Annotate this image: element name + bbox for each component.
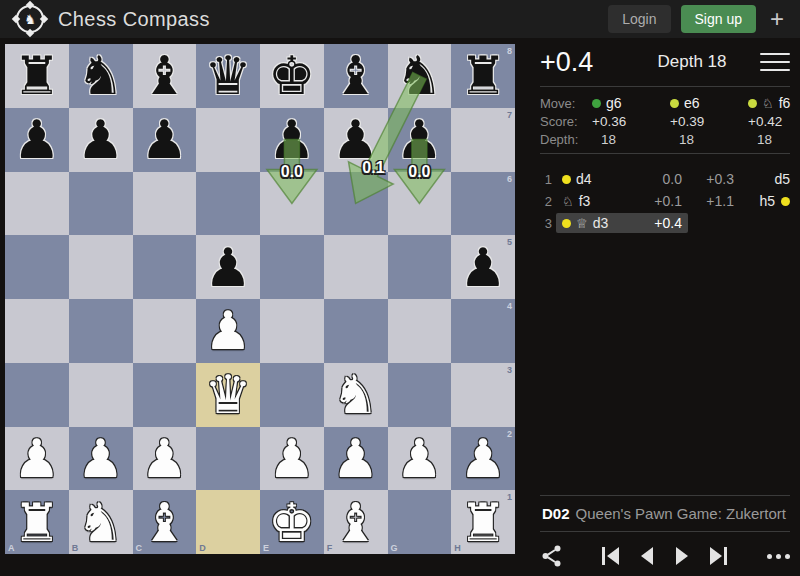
white-bishop[interactable]: ♝ (133, 490, 197, 554)
move-quality-dot (748, 99, 757, 108)
file-coordinate: D (199, 543, 206, 553)
login-button[interactable]: Login (608, 5, 670, 33)
square-c8[interactable]: ♝ (133, 44, 197, 108)
square-h1[interactable]: ♜1H (451, 490, 515, 554)
white-move[interactable]: d40.0 (556, 169, 688, 189)
square-c7[interactable]: ♟ (133, 108, 197, 172)
square-a1[interactable]: ♜A (5, 490, 69, 554)
black-bishop[interactable]: ♝ (324, 44, 388, 108)
engine-lines-move-label: Move: (540, 96, 592, 111)
white-king[interactable]: ♚ (260, 490, 324, 554)
square-d1[interactable]: D (196, 490, 260, 554)
file-coordinate: B (72, 543, 79, 553)
square-e7[interactable]: ♟ (260, 108, 324, 172)
black-move[interactable]: h5 (734, 193, 790, 209)
move-quality-dot (562, 219, 571, 228)
engine-line-depth-2: 18 (670, 132, 748, 147)
square-c5[interactable] (133, 235, 197, 299)
white-move-eval: +0.4 (654, 215, 682, 231)
share-icon[interactable] (540, 544, 574, 568)
square-d8[interactable]: ♛ (196, 44, 260, 108)
rank-coordinate: 4 (507, 301, 512, 311)
square-c1[interactable]: ♝C (133, 490, 197, 554)
square-g2[interactable]: ♟ (388, 427, 452, 491)
square-c3[interactable] (133, 363, 197, 427)
square-g8[interactable]: ♞ (388, 44, 452, 108)
plus-icon[interactable]: + (766, 7, 788, 31)
move-list: 1d40.0+0.3d52♘f3+0.1+1.1h53♕d3+0.4 (540, 168, 790, 234)
file-coordinate: C (136, 543, 143, 553)
square-d2[interactable] (196, 427, 260, 491)
white-move[interactable]: ♕d3+0.4 (556, 213, 688, 233)
white-move-eval: 0.0 (663, 171, 682, 187)
white-move[interactable]: ♘f3+0.1 (556, 191, 688, 211)
chess-compass-app: ♞ Chess Compass Login Sign up + ♜♞♝♛♚♝♞♜… (0, 0, 800, 576)
white-pawn[interactable]: ♟ (69, 427, 133, 491)
square-b4[interactable] (69, 299, 133, 363)
analysis-header: +0.4 Depth 18 (540, 44, 790, 80)
divider (540, 153, 790, 154)
move-quality-dot (562, 175, 571, 184)
divider (540, 86, 790, 87)
square-b8[interactable]: ♞ (69, 44, 133, 108)
white-pawn[interactable]: ♟ (133, 427, 197, 491)
engine-lines-depth-label: Depth: (540, 132, 592, 147)
move-row-1: 1d40.0+0.3d5 (540, 168, 790, 190)
white-pawn[interactable]: ♟ (324, 427, 388, 491)
compass-knight-logo-icon: ♞ (16, 5, 44, 33)
more-options-icon[interactable] (754, 554, 790, 559)
rank-coordinate: 7 (507, 110, 512, 120)
rank-coordinate: 2 (507, 429, 512, 439)
engine-lines-score-label: Score: (540, 114, 592, 129)
engine-lines-table: Move:g6e6♘f6Score:+0.36+0.39+0.42Depth:1… (540, 95, 790, 147)
black-pawn[interactable]: ♟ (324, 108, 388, 172)
white-pawn[interactable]: ♟ (260, 427, 324, 491)
black-pawn[interactable]: ♟ (260, 108, 324, 172)
square-a6[interactable] (5, 172, 69, 236)
move-number: 3 (540, 216, 552, 231)
opening-name: D02Queen's Pawn Game: Zukertort Va... (540, 495, 790, 532)
piece-letter-icon: ♘ (562, 194, 574, 209)
white-pawn[interactable]: ♟ (451, 427, 515, 491)
rank-coordinate: 5 (507, 237, 512, 247)
square-h8[interactable]: ♜8 (451, 44, 515, 108)
square-e3[interactable] (260, 363, 324, 427)
depth-indicator: Depth 18 (624, 52, 760, 72)
black-pawn[interactable]: ♟ (69, 108, 133, 172)
white-pawn[interactable]: ♟ (5, 427, 69, 491)
skip-to-end-icon[interactable] (707, 545, 731, 567)
move-number: 1 (540, 172, 552, 187)
square-c2[interactable]: ♟ (133, 427, 197, 491)
black-move[interactable]: d5 (734, 171, 790, 187)
skip-to-start-icon[interactable] (598, 545, 622, 567)
square-f4[interactable] (324, 299, 388, 363)
file-coordinate: H (454, 543, 461, 553)
piece-letter-icon: ♘ (762, 96, 774, 111)
opening-title: Queen's Pawn Game: Zukertort Va... (576, 505, 790, 522)
white-queen[interactable]: ♛ (196, 363, 260, 427)
square-b3[interactable] (69, 363, 133, 427)
previous-move-icon[interactable] (637, 545, 657, 567)
square-b1[interactable]: ♞B (69, 490, 133, 554)
black-queen[interactable]: ♛ (196, 44, 260, 108)
square-g4[interactable] (388, 299, 452, 363)
square-f8[interactable]: ♝ (324, 44, 388, 108)
signup-button[interactable]: Sign up (681, 5, 756, 33)
square-a2[interactable]: ♟ (5, 427, 69, 491)
square-e4[interactable] (260, 299, 324, 363)
square-f6[interactable] (324, 172, 388, 236)
move-row-2: 2♘f3+0.1+1.1h5 (540, 190, 790, 212)
rank-coordinate: 6 (507, 174, 512, 184)
square-h7[interactable]: 7 (451, 108, 515, 172)
square-h4[interactable]: 4 (451, 299, 515, 363)
knight-icon: ♞ (24, 13, 36, 26)
file-coordinate: G (391, 543, 398, 553)
square-d4[interactable]: ♟ (196, 299, 260, 363)
engine-line-depth-3: 18 (748, 132, 800, 147)
square-g7[interactable]: ♟ (388, 108, 452, 172)
square-h5[interactable]: ♟5 (451, 235, 515, 299)
square-e8[interactable]: ♚ (260, 44, 324, 108)
engine-line-score-1: +0.36 (592, 114, 670, 129)
white-pawn[interactable]: ♟ (196, 299, 260, 363)
top-bar: ♞ Chess Compass Login Sign up + (0, 0, 800, 38)
square-f3[interactable]: ♞ (324, 363, 388, 427)
opening-code: D02 (542, 505, 570, 522)
black-rook[interactable]: ♜ (451, 44, 515, 108)
black-pawn[interactable]: ♟ (133, 108, 197, 172)
square-f7[interactable]: ♟ (324, 108, 388, 172)
engine-line-score-2: +0.39 (670, 114, 748, 129)
black-pawn[interactable]: ♟ (388, 108, 452, 172)
square-a3[interactable] (5, 363, 69, 427)
square-b2[interactable]: ♟ (69, 427, 133, 491)
square-e2[interactable]: ♟ (260, 427, 324, 491)
move-number: 2 (540, 194, 552, 209)
black-pawn[interactable]: ♟ (196, 235, 260, 299)
engine-line-move-1[interactable]: g6 (592, 95, 670, 111)
square-a4[interactable] (5, 299, 69, 363)
square-h6[interactable]: 6 (451, 172, 515, 236)
square-a7[interactable]: ♟ (5, 108, 69, 172)
analysis-panel: +0.4 Depth 18 Move:g6e6♘f6Score:+0.36+0.… (530, 38, 800, 576)
brand[interactable]: ♞ Chess Compass (12, 5, 210, 33)
square-d3[interactable]: ♛ (196, 363, 260, 427)
square-e6[interactable] (260, 172, 324, 236)
top-bar-actions: Login Sign up + (608, 5, 788, 33)
square-a8[interactable]: ♜ (5, 44, 69, 108)
chess-board: ♜♞♝♛♚♝♞♜8♟♟♟♟♟♟76♟♟5♟4♛♞3♟♟♟♟♟♟♟2♜A♞B♝CD… (5, 44, 515, 554)
square-h2[interactable]: ♟2 (451, 427, 515, 491)
rank-coordinate: 8 (507, 46, 512, 56)
file-coordinate: E (263, 543, 269, 553)
square-f2[interactable]: ♟ (324, 427, 388, 491)
engine-line-move-3[interactable]: ♘f6 (748, 95, 800, 111)
white-bishop[interactable]: ♝ (324, 490, 388, 554)
square-h3[interactable]: 3 (451, 363, 515, 427)
square-b5[interactable] (69, 235, 133, 299)
black-rook[interactable]: ♜ (5, 44, 69, 108)
white-rook[interactable]: ♜ (451, 490, 515, 554)
square-c4[interactable] (133, 299, 197, 363)
move-quality-dot (781, 197, 790, 206)
engine-line-depth-1: 18 (592, 132, 670, 147)
engine-line-move-2[interactable]: e6 (670, 95, 748, 111)
black-pawn[interactable]: ♟ (451, 235, 515, 299)
file-coordinate: A (8, 543, 15, 553)
menu-icon[interactable] (760, 49, 790, 75)
square-g1[interactable]: G (388, 490, 452, 554)
square-f1[interactable]: ♝F (324, 490, 388, 554)
white-move-eval: +0.1 (654, 193, 682, 209)
square-b7[interactable]: ♟ (69, 108, 133, 172)
white-knight[interactable]: ♞ (324, 363, 388, 427)
white-knight[interactable]: ♞ (69, 490, 133, 554)
square-g6[interactable] (388, 172, 452, 236)
square-g5[interactable] (388, 235, 452, 299)
square-a5[interactable] (5, 235, 69, 299)
playback-group (574, 545, 754, 567)
playback-controls (540, 532, 790, 568)
move-row-3: 3♕d3+0.4 (540, 212, 790, 234)
black-move-eval: +1.1 (688, 193, 734, 209)
square-c6[interactable] (133, 172, 197, 236)
piece-letter-icon: ♕ (576, 216, 588, 231)
move-quality-dot (670, 99, 679, 108)
black-bishop[interactable]: ♝ (133, 44, 197, 108)
square-d5[interactable]: ♟ (196, 235, 260, 299)
app-title: Chess Compass (58, 8, 210, 31)
square-b6[interactable] (69, 172, 133, 236)
engine-line-score-3: +0.42 (748, 114, 800, 129)
rank-coordinate: 1 (507, 492, 512, 502)
white-pawn[interactable]: ♟ (388, 427, 452, 491)
evaluation-score: +0.4 (540, 47, 624, 78)
square-e1[interactable]: ♚E (260, 490, 324, 554)
black-move-eval: +0.3 (688, 171, 734, 187)
move-quality-dot (592, 99, 601, 108)
black-knight[interactable]: ♞ (69, 44, 133, 108)
next-move-icon[interactable] (672, 545, 692, 567)
square-f5[interactable] (324, 235, 388, 299)
file-coordinate: F (327, 543, 333, 553)
square-d7[interactable] (196, 108, 260, 172)
rank-coordinate: 3 (507, 365, 512, 375)
square-d6[interactable] (196, 172, 260, 236)
square-e5[interactable] (260, 235, 324, 299)
square-g3[interactable] (388, 363, 452, 427)
black-pawn[interactable]: ♟ (5, 108, 69, 172)
black-king[interactable]: ♚ (260, 44, 324, 108)
black-knight[interactable]: ♞ (388, 44, 452, 108)
